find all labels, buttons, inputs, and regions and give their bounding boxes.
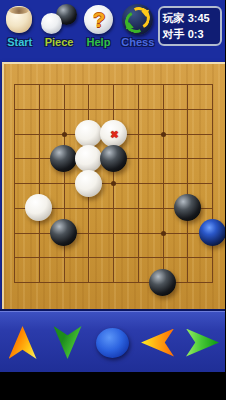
star-point: [161, 132, 166, 137]
black-stone: [50, 219, 77, 246]
star-point: [161, 231, 166, 236]
last-move-marker: ✖: [110, 128, 118, 139]
white-stone: [75, 120, 102, 147]
grid-line-v: [187, 84, 188, 283]
gomoku-board[interactable]: ✖: [2, 62, 225, 311]
grid-line-h: [14, 282, 213, 283]
white-stone: ✖: [100, 120, 127, 147]
go-bowl-icon: [1, 4, 39, 36]
black-stone-blue-sheen: [199, 219, 226, 246]
grid-line-v: [212, 84, 213, 283]
question-stone-icon: ?: [79, 4, 117, 36]
cycle-arrows-icon: [119, 4, 157, 36]
black-stone: [149, 269, 176, 296]
right-arrow-icon: [186, 329, 219, 357]
down-arrow-button[interactable]: [50, 325, 86, 361]
opponent-clock: 对手 0:3: [163, 26, 217, 42]
help-button[interactable]: ? Help: [79, 0, 118, 49]
black-stone: [50, 145, 77, 172]
start-button[interactable]: Start: [0, 0, 39, 49]
clock-panel: 玩家 3:45 对手 0:3: [158, 6, 222, 46]
chess-button-label: Chess: [121, 36, 154, 49]
grid-line-h: [14, 257, 213, 258]
grid-line-v: [163, 84, 164, 283]
bottom-black-strip: [0, 372, 225, 400]
black-stone: [100, 145, 127, 172]
help-button-label: Help: [87, 36, 111, 49]
player-clock: 玩家 3:45: [163, 10, 217, 26]
star-point: [62, 132, 67, 137]
black-white-stones-icon: [40, 4, 78, 36]
grid-line-v: [138, 84, 139, 283]
right-arrow-button[interactable]: [185, 325, 221, 361]
grid-line-h: [14, 233, 213, 234]
white-stone: [75, 170, 102, 197]
down-arrow-icon: [54, 326, 82, 359]
white-stone: [75, 145, 102, 172]
blue-ball-icon: [96, 328, 129, 358]
star-point: [111, 181, 116, 186]
black-stone: [174, 194, 201, 221]
bottom-toolbar: [0, 311, 225, 373]
gomoku-app: Start Piece ? Help Chess 玩家 3:45 对手 0:3 …: [0, 0, 225, 400]
chess-button[interactable]: Chess: [118, 0, 157, 49]
piece-button[interactable]: Piece: [39, 0, 78, 49]
up-arrow-icon: [9, 326, 37, 359]
white-stone: [25, 194, 52, 221]
start-button-label: Start: [7, 36, 32, 49]
top-toolbar: Start Piece ? Help Chess 玩家 3:45 对手 0:3: [0, 0, 225, 56]
piece-button-label: Piece: [45, 36, 74, 49]
left-arrow-button[interactable]: [140, 325, 176, 361]
blue-ball-button[interactable]: [95, 325, 131, 361]
left-arrow-icon: [141, 329, 174, 357]
up-arrow-button[interactable]: [5, 325, 41, 361]
